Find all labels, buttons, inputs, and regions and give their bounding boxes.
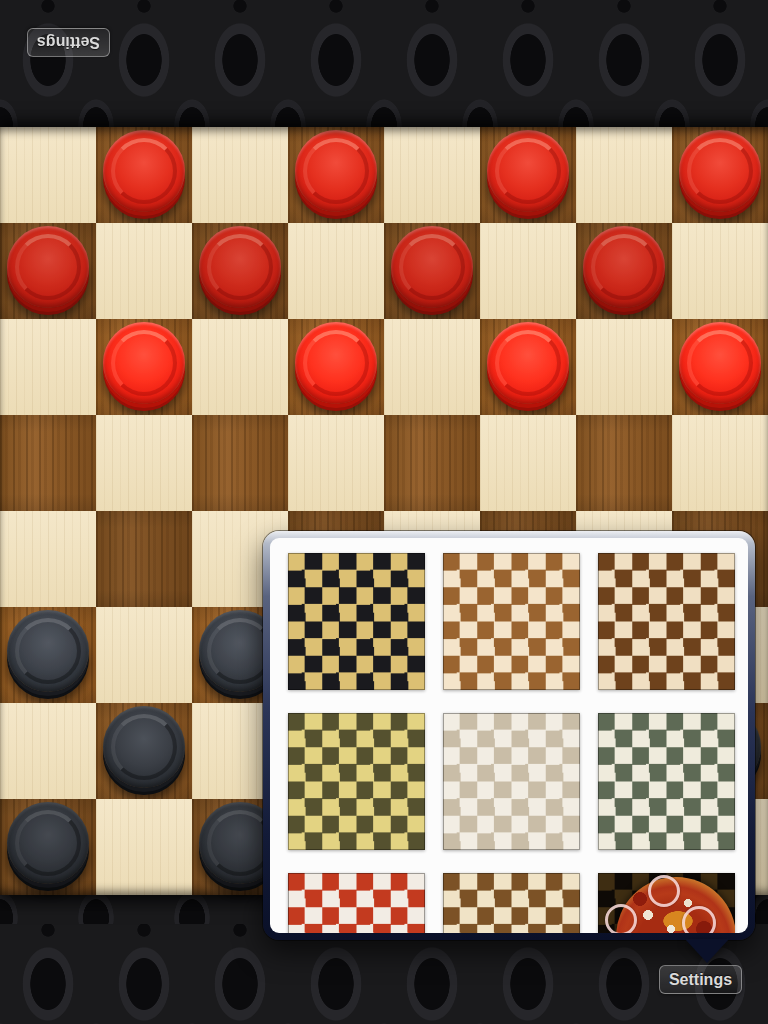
board-square-b6[interactable] [96,319,192,415]
board-square-b1[interactable] [96,799,192,895]
onion-ring [648,875,680,907]
gold-damask-board-thumbnail[interactable] [288,713,425,850]
walnut-board-thumbnail[interactable] [443,873,580,933]
board-square-a3[interactable] [0,607,96,703]
red-marble-board-thumbnail[interactable] [288,873,425,933]
board-square-b4[interactable] [96,511,192,607]
board-square-a8[interactable] [0,127,96,223]
board-square-b3[interactable] [96,607,192,703]
red-checker[interactable] [487,130,569,212]
board-square-d7[interactable] [288,223,384,319]
black-gold-board-thumbnail[interactable] [288,553,425,690]
red-checker[interactable] [679,130,761,212]
board-square-b5[interactable] [96,415,192,511]
onion-ring [605,904,637,933]
board-square-h6[interactable] [672,319,768,415]
board-square-f8[interactable] [480,127,576,223]
board-square-d8[interactable] [288,127,384,223]
red-checker[interactable] [679,322,761,404]
board-square-d6[interactable] [288,319,384,415]
board-square-f5[interactable] [480,415,576,511]
theme-popover-content [270,538,748,933]
red-checker[interactable] [103,322,185,404]
board-square-e7[interactable] [384,223,480,319]
black-checker[interactable] [103,706,185,788]
board-square-h5[interactable] [672,415,768,511]
red-checker[interactable] [391,226,473,308]
board-square-e6[interactable] [384,319,480,415]
board-square-a5[interactable] [0,415,96,511]
red-checker[interactable] [295,130,377,212]
dark-walnut-board-thumbnail[interactable] [598,553,735,690]
settings-button-bottom[interactable]: Settings [659,965,742,994]
board-square-g8[interactable] [576,127,672,223]
board-square-b2[interactable] [96,703,192,799]
board-square-c7[interactable] [192,223,288,319]
green-marble-board-thumbnail[interactable] [598,713,735,850]
board-square-h8[interactable] [672,127,768,223]
oak-board-thumbnail[interactable] [443,553,580,690]
popover-arrow [685,939,729,963]
red-checker[interactable] [103,130,185,212]
theme-popover [263,531,755,940]
board-square-g7[interactable] [576,223,672,319]
board-square-b8[interactable] [96,127,192,223]
board-square-e5[interactable] [384,415,480,511]
pizza-board-thumbnail[interactable] [598,873,735,933]
red-checker[interactable] [583,226,665,308]
board-square-c8[interactable] [192,127,288,223]
red-checker[interactable] [295,322,377,404]
board-square-d5[interactable] [288,415,384,511]
board-square-g5[interactable] [576,415,672,511]
board-square-f7[interactable] [480,223,576,319]
board-square-c5[interactable] [192,415,288,511]
red-checker[interactable] [199,226,281,308]
pizza-image [616,877,735,933]
board-square-g6[interactable] [576,319,672,415]
board-square-f6[interactable] [480,319,576,415]
red-checker[interactable] [7,226,89,308]
black-checker[interactable] [7,802,89,884]
settings-button-top-rotated[interactable]: Settings [27,28,110,57]
theme-grid [288,553,748,933]
board-square-a6[interactable] [0,319,96,415]
board-square-c6[interactable] [192,319,288,415]
board-square-a2[interactable] [0,703,96,799]
black-checker[interactable] [7,610,89,692]
board-square-h7[interactable] [672,223,768,319]
board-square-a7[interactable] [0,223,96,319]
board-square-a4[interactable] [0,511,96,607]
board-square-e8[interactable] [384,127,480,223]
onion-ring [682,906,716,933]
red-checker[interactable] [487,322,569,404]
white-marble-board-thumbnail[interactable] [443,713,580,850]
board-square-a1[interactable] [0,799,96,895]
board-square-b7[interactable] [96,223,192,319]
